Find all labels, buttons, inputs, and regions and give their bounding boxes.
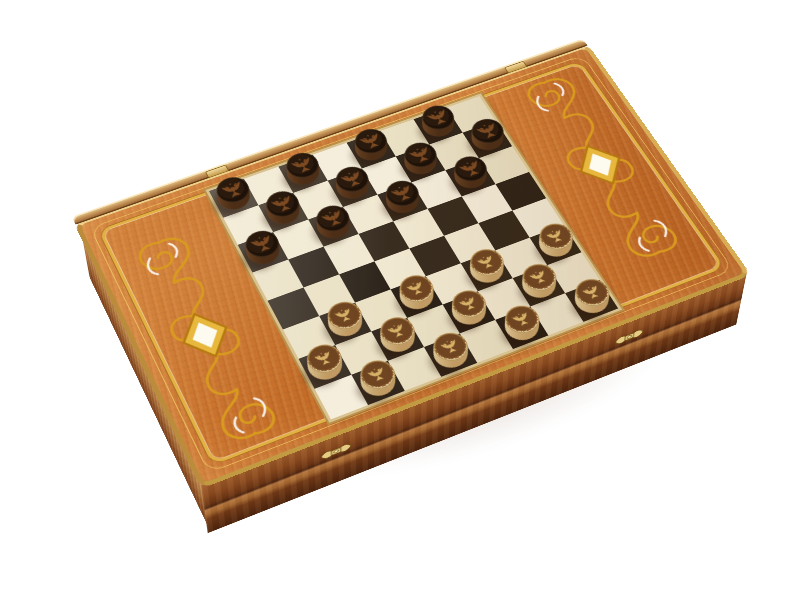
double-eagle-emblem-icon [365, 364, 391, 385]
checker-dark-c6[interactable] [312, 210, 355, 244]
checker-light-c2[interactable] [375, 321, 420, 357]
double-eagle-emblem-icon [472, 120, 502, 143]
checker-light-h3[interactable] [533, 228, 577, 262]
double-eagle-emblem-icon [510, 309, 535, 329]
checker-dark-g8[interactable] [417, 110, 459, 141]
double-eagle-emblem-icon [544, 227, 569, 246]
checker-light-d3[interactable] [395, 279, 439, 314]
double-eagle-emblem-icon [337, 167, 368, 191]
double-eagle-emblem-icon [475, 253, 500, 272]
checker-light-f3[interactable] [465, 253, 509, 288]
hinge-icon [504, 61, 527, 74]
hinge-icon [205, 165, 229, 179]
double-eagle-emblem-icon [247, 231, 278, 256]
double-eagle-emblem-icon [457, 294, 482, 314]
checker-light-a2[interactable] [303, 348, 348, 385]
double-eagle-emblem-icon [287, 154, 317, 177]
checker-dark-g6[interactable] [449, 161, 492, 194]
double-eagle-emblem-icon [387, 181, 418, 205]
double-eagle-emblem-icon [405, 143, 435, 166]
photo-background [0, 0, 800, 600]
double-eagle-emblem-icon [356, 130, 386, 153]
double-eagle-emblem-icon [312, 348, 337, 369]
checker-light-g2[interactable] [517, 268, 562, 303]
checker-dark-e8[interactable] [350, 134, 392, 166]
double-eagle-emblem-icon [332, 305, 357, 325]
double-eagle-emblem-icon [527, 268, 552, 288]
checker-light-e2[interactable] [447, 294, 492, 330]
checker-dark-a6[interactable] [242, 235, 285, 269]
checker-dark-b7[interactable] [262, 196, 304, 229]
double-eagle-emblem-icon [438, 336, 463, 357]
brass-clasp-icon [612, 324, 646, 349]
double-eagle-emblem-icon [385, 321, 410, 341]
checker-light-b3[interactable] [323, 306, 367, 342]
checker-dark-f7[interactable] [399, 147, 441, 179]
double-eagle-emblem-icon [218, 178, 248, 202]
double-eagle-emblem-icon [455, 157, 486, 180]
checker-dark-e6[interactable] [381, 185, 424, 218]
double-eagle-emblem-icon [404, 279, 429, 299]
checker-dark-d7[interactable] [331, 171, 373, 204]
brass-clasp-icon [318, 439, 354, 465]
double-eagle-emblem-icon [580, 283, 605, 303]
checker-dark-c8[interactable] [282, 157, 324, 189]
double-eagle-emblem-icon [423, 106, 453, 129]
double-eagle-emblem-icon [267, 192, 298, 216]
checker-dark-h7[interactable] [466, 124, 508, 156]
double-eagle-emblem-icon [318, 206, 349, 230]
checker-dark-a8[interactable] [213, 182, 255, 215]
